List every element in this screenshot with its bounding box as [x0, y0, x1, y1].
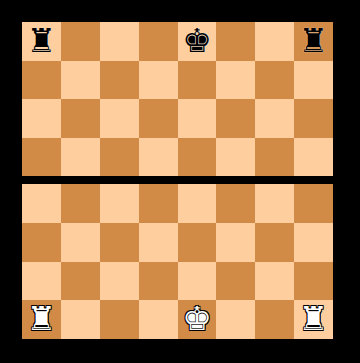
square-f7[interactable] — [216, 61, 255, 100]
square-a6[interactable] — [22, 99, 61, 138]
square-e3[interactable] — [178, 223, 217, 262]
square-g7[interactable] — [255, 61, 294, 100]
square-a2[interactable] — [22, 262, 61, 301]
square-g4[interactable] — [255, 184, 294, 223]
square-g2[interactable] — [255, 262, 294, 301]
square-h7[interactable] — [294, 61, 333, 100]
square-d8[interactable] — [139, 22, 178, 61]
black-rook[interactable]: ♜ — [27, 24, 57, 57]
square-d6[interactable] — [139, 99, 178, 138]
square-b6[interactable] — [61, 99, 100, 138]
square-g3[interactable] — [255, 223, 294, 262]
square-e7[interactable] — [178, 61, 217, 100]
square-h5[interactable] — [294, 138, 333, 177]
square-d4[interactable] — [139, 184, 178, 223]
square-c6[interactable] — [100, 99, 139, 138]
square-d5[interactable] — [139, 138, 178, 177]
board-top-half: ♜♚♜ — [22, 22, 333, 176]
square-c5[interactable] — [100, 138, 139, 177]
square-c2[interactable] — [100, 262, 139, 301]
square-e2[interactable] — [178, 262, 217, 301]
square-e4[interactable] — [178, 184, 217, 223]
square-d3[interactable] — [139, 223, 178, 262]
square-a1[interactable]: ♜ — [22, 300, 61, 339]
square-h1[interactable]: ♜ — [294, 300, 333, 339]
square-b3[interactable] — [61, 223, 100, 262]
square-g5[interactable] — [255, 138, 294, 177]
square-f5[interactable] — [216, 138, 255, 177]
square-g8[interactable] — [255, 22, 294, 61]
square-a3[interactable] — [22, 223, 61, 262]
square-a7[interactable] — [22, 61, 61, 100]
square-b7[interactable] — [61, 61, 100, 100]
white-rook[interactable]: ♜ — [299, 302, 329, 335]
square-e5[interactable] — [178, 138, 217, 177]
square-g1[interactable] — [255, 300, 294, 339]
square-h3[interactable] — [294, 223, 333, 262]
square-c7[interactable] — [100, 61, 139, 100]
square-a5[interactable] — [22, 138, 61, 177]
square-h4[interactable] — [294, 184, 333, 223]
square-c1[interactable] — [100, 300, 139, 339]
white-king[interactable]: ♚ — [182, 302, 212, 335]
square-f6[interactable] — [216, 99, 255, 138]
white-rook[interactable]: ♜ — [27, 302, 57, 335]
square-e1[interactable]: ♚ — [178, 300, 217, 339]
square-c3[interactable] — [100, 223, 139, 262]
square-b8[interactable] — [61, 22, 100, 61]
square-h6[interactable] — [294, 99, 333, 138]
square-e6[interactable] — [178, 99, 217, 138]
square-b5[interactable] — [61, 138, 100, 177]
square-d1[interactable] — [139, 300, 178, 339]
square-a8[interactable]: ♜ — [22, 22, 61, 61]
black-rook[interactable]: ♜ — [299, 24, 329, 57]
square-h2[interactable] — [294, 262, 333, 301]
square-b4[interactable] — [61, 184, 100, 223]
square-a4[interactable] — [22, 184, 61, 223]
square-d7[interactable] — [139, 61, 178, 100]
square-b2[interactable] — [61, 262, 100, 301]
square-e8[interactable]: ♚ — [178, 22, 217, 61]
square-f8[interactable] — [216, 22, 255, 61]
square-d2[interactable] — [139, 262, 178, 301]
board-bottom-half: ♜♚♜ — [22, 184, 333, 339]
black-king[interactable]: ♚ — [182, 24, 212, 57]
square-f2[interactable] — [216, 262, 255, 301]
chess-diagram: ♜♚♜ ♜♚♜ — [0, 0, 360, 363]
square-f1[interactable] — [216, 300, 255, 339]
square-f4[interactable] — [216, 184, 255, 223]
square-b1[interactable] — [61, 300, 100, 339]
square-h8[interactable]: ♜ — [294, 22, 333, 61]
square-c4[interactable] — [100, 184, 139, 223]
square-c8[interactable] — [100, 22, 139, 61]
square-g6[interactable] — [255, 99, 294, 138]
square-f3[interactable] — [216, 223, 255, 262]
